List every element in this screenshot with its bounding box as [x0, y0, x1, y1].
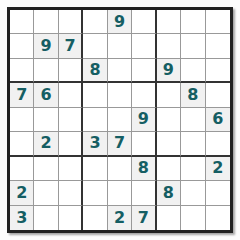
cell-r1c3[interactable]	[59, 10, 83, 34]
cell-r7c8[interactable]	[181, 157, 205, 181]
cell-r4c8[interactable]: 8	[181, 83, 205, 107]
cell-r1c9[interactable]	[206, 10, 230, 34]
cell-r9c5[interactable]: 2	[108, 206, 132, 230]
cell-r8c2[interactable]	[34, 181, 58, 205]
cell-r3c6[interactable]	[132, 59, 156, 83]
cell-r8c5[interactable]	[108, 181, 132, 205]
cell-r1c4[interactable]	[83, 10, 107, 34]
cell-r5c7[interactable]	[157, 108, 181, 132]
cell-r7c4[interactable]	[83, 157, 107, 181]
cell-r6c8[interactable]	[181, 132, 205, 156]
cell-r2c5[interactable]	[108, 34, 132, 58]
cell-r5c6[interactable]: 9	[132, 108, 156, 132]
cell-r1c6[interactable]	[132, 10, 156, 34]
cell-r5c2[interactable]	[34, 108, 58, 132]
cell-r5c8[interactable]	[181, 108, 205, 132]
cell-r1c2[interactable]	[34, 10, 58, 34]
cell-r2c2[interactable]: 9	[34, 34, 58, 58]
cell-r5c5[interactable]	[108, 108, 132, 132]
cell-r1c8[interactable]	[181, 10, 205, 34]
cell-r9c6[interactable]: 7	[132, 206, 156, 230]
cell-r7c5[interactable]	[108, 157, 132, 181]
cell-r9c9[interactable]	[206, 206, 230, 230]
cell-r6c1[interactable]	[10, 132, 34, 156]
cell-r8c9[interactable]	[206, 181, 230, 205]
cell-r2c9[interactable]	[206, 34, 230, 58]
cell-r3c5[interactable]	[108, 59, 132, 83]
cell-r3c2[interactable]	[34, 59, 58, 83]
cell-r3c3[interactable]	[59, 59, 83, 83]
cell-r1c7[interactable]	[157, 10, 181, 34]
cell-r6c4[interactable]: 3	[83, 132, 107, 156]
cell-r6c2[interactable]: 2	[34, 132, 58, 156]
cell-r5c4[interactable]	[83, 108, 107, 132]
cell-r9c4[interactable]	[83, 206, 107, 230]
cell-r8c8[interactable]	[181, 181, 205, 205]
cell-r5c1[interactable]	[10, 108, 34, 132]
cell-r9c8[interactable]	[181, 206, 205, 230]
cell-r7c2[interactable]	[34, 157, 58, 181]
cell-r2c7[interactable]	[157, 34, 181, 58]
sudoku-board: 99789768962378228327	[7, 7, 233, 233]
cell-r9c1[interactable]: 3	[10, 206, 34, 230]
cell-r7c6[interactable]: 8	[132, 157, 156, 181]
cell-r4c3[interactable]	[59, 83, 83, 107]
cell-r6c7[interactable]	[157, 132, 181, 156]
cell-r3c9[interactable]	[206, 59, 230, 83]
cell-r4c5[interactable]	[108, 83, 132, 107]
cell-r7c9[interactable]: 2	[206, 157, 230, 181]
cell-r2c8[interactable]	[181, 34, 205, 58]
cell-r7c3[interactable]	[59, 157, 83, 181]
cell-r8c4[interactable]	[83, 181, 107, 205]
cell-r2c1[interactable]	[10, 34, 34, 58]
cell-r5c9[interactable]: 6	[206, 108, 230, 132]
sudoku-grid: 99789768962378228327	[10, 10, 230, 230]
cell-r8c3[interactable]	[59, 181, 83, 205]
cell-r2c4[interactable]	[83, 34, 107, 58]
cell-r8c1[interactable]: 2	[10, 181, 34, 205]
cell-r6c5[interactable]: 7	[108, 132, 132, 156]
cell-r2c6[interactable]	[132, 34, 156, 58]
cell-r4c4[interactable]	[83, 83, 107, 107]
cell-r8c6[interactable]	[132, 181, 156, 205]
cell-r9c2[interactable]	[34, 206, 58, 230]
cell-r7c1[interactable]	[10, 157, 34, 181]
cell-r7c7[interactable]	[157, 157, 181, 181]
cell-r6c6[interactable]	[132, 132, 156, 156]
cell-r3c4[interactable]: 8	[83, 59, 107, 83]
cell-r4c1[interactable]: 7	[10, 83, 34, 107]
cell-r6c3[interactable]	[59, 132, 83, 156]
cell-r4c6[interactable]	[132, 83, 156, 107]
cell-r4c9[interactable]	[206, 83, 230, 107]
cell-r2c3[interactable]: 7	[59, 34, 83, 58]
cell-r1c5[interactable]: 9	[108, 10, 132, 34]
cell-r4c7[interactable]	[157, 83, 181, 107]
cell-r8c7[interactable]: 8	[157, 181, 181, 205]
cell-r1c1[interactable]	[10, 10, 34, 34]
cell-r4c2[interactable]: 6	[34, 83, 58, 107]
cell-r3c1[interactable]	[10, 59, 34, 83]
cell-r5c3[interactable]	[59, 108, 83, 132]
cell-r3c8[interactable]	[181, 59, 205, 83]
cell-r6c9[interactable]	[206, 132, 230, 156]
cell-r9c7[interactable]	[157, 206, 181, 230]
cell-r9c3[interactable]	[59, 206, 83, 230]
cell-r3c7[interactable]: 9	[157, 59, 181, 83]
